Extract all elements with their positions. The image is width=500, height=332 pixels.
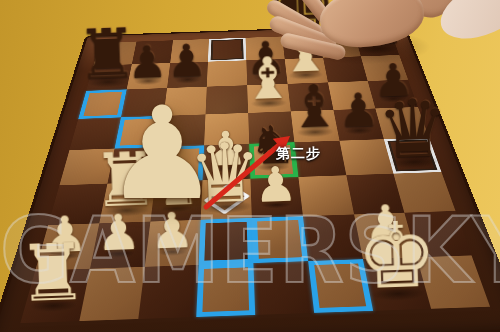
pawn-glyph: ♟ [127, 41, 168, 85]
pawn-glyph: ♟ [337, 89, 380, 134]
pawn-glyph: ♟ [253, 161, 298, 208]
piece-black-pawn-c7[interactable]: ♟ [166, 39, 207, 83]
queen-glyph: ♛ [376, 90, 450, 168]
piece-white-king-g1[interactable]: ♚ [355, 212, 439, 300]
king-glyph: ♚ [355, 212, 439, 300]
piece-black-pawn-b7[interactable]: ♟ [127, 41, 168, 85]
chess-game-scene: ♚♜♜♟♟♟♝♝♟♝♟♟♞♛♜♞♛♟♟♟♟♟♜♚ ♟ GAMERSKY 第二步 [0, 0, 500, 332]
captured-white-pawn-offboard: ♟ [105, 93, 220, 215]
opponent-hand [268, 0, 448, 78]
piece-white-rook-a1[interactable]: ♜ [16, 235, 89, 312]
pawn-glyph: ♟ [166, 39, 207, 83]
piece-black-queen-h4[interactable]: ♛ [376, 90, 450, 168]
rook-glyph: ♜ [16, 235, 89, 312]
piece-black-pawn-g5[interactable]: ♟ [337, 89, 380, 134]
piece-white-pawn-e3[interactable]: ♟ [253, 161, 298, 208]
step-label: 第二步 [276, 145, 321, 163]
